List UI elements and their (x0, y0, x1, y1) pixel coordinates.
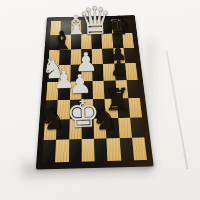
square-a1[interactable] (42, 140, 56, 163)
piece-black-bishop-b6[interactable]: ♝ (50, 28, 73, 54)
square-d1[interactable] (81, 139, 94, 162)
square-c1[interactable] (68, 139, 81, 162)
piece-black-knight-f2[interactable]: ♞ (91, 104, 119, 135)
square-h1[interactable] (132, 138, 147, 161)
piece-black-pawn-g5[interactable]: ♟ (110, 58, 129, 79)
square-b1[interactable] (55, 140, 69, 163)
table-edge-line (166, 51, 189, 170)
square-e1[interactable] (94, 139, 108, 162)
piece-black-knight-b2[interactable]: ♞ (39, 104, 67, 135)
piece-white-queen-e7[interactable]: ♛ (77, 1, 112, 40)
photo-scene: ♝♛♚♝♟♟♟♞♟♟♜♚♞♞ (0, 0, 200, 200)
square-h2[interactable] (130, 117, 145, 138)
